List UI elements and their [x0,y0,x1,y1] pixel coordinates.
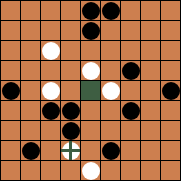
board-cell[interactable] [141,101,160,120]
board-cell[interactable] [1,21,20,40]
black-attacker-stone[interactable] [102,2,120,20]
board-cell[interactable] [81,121,100,140]
board-cell[interactable] [61,121,80,140]
board-cell[interactable] [101,161,120,180]
black-attacker-stone[interactable] [122,62,140,80]
board-cell[interactable] [161,141,180,160]
king-cross-icon [69,141,72,160]
board-cell[interactable] [81,141,100,160]
black-attacker-stone[interactable] [22,142,40,160]
board-cell[interactable] [161,21,180,40]
board-cell[interactable] [1,81,20,100]
white-defender-stone[interactable] [42,42,60,60]
tablut-board [0,0,181,181]
board-cell[interactable] [21,121,40,140]
throne-cell[interactable] [81,81,100,100]
board-cell[interactable] [101,121,120,140]
board-cell[interactable] [41,161,60,180]
board-cell[interactable] [1,1,20,20]
board-cell[interactable] [101,21,120,40]
board-cell[interactable] [161,161,180,180]
board-cell[interactable] [41,1,60,20]
board-cell[interactable] [41,21,60,40]
board-cell[interactable] [141,21,160,40]
board-cell[interactable] [121,61,140,80]
board-cell[interactable] [1,101,20,120]
board-cell[interactable] [101,81,120,100]
black-attacker-stone[interactable] [62,102,80,120]
board-cell[interactable] [61,101,80,120]
black-attacker-stone[interactable] [82,22,100,40]
board-cell[interactable] [141,61,160,80]
board-cell[interactable] [41,61,60,80]
board-cell[interactable] [61,161,80,180]
board-cell[interactable] [161,121,180,140]
board-cell[interactable] [101,41,120,60]
board-cell[interactable] [161,81,180,100]
black-attacker-stone[interactable] [62,122,80,140]
board-cell[interactable] [101,101,120,120]
board-cell[interactable] [21,41,40,60]
board-cell[interactable] [101,1,120,20]
board-cell[interactable] [161,101,180,120]
black-attacker-stone[interactable] [162,82,180,100]
board-cell[interactable] [41,121,60,140]
board-cell[interactable] [21,61,40,80]
board-cell[interactable] [141,41,160,60]
black-attacker-stone[interactable] [122,102,140,120]
board-cell[interactable] [21,81,40,100]
black-attacker-stone[interactable] [42,102,60,120]
board-cell[interactable] [121,81,140,100]
board-cell[interactable] [1,61,20,80]
black-attacker-stone[interactable] [102,142,120,160]
white-defender-stone[interactable] [102,82,120,100]
board-cell[interactable] [161,61,180,80]
board-cell[interactable] [121,41,140,60]
white-defender-stone[interactable] [82,62,100,80]
board-cell[interactable] [1,41,20,60]
black-attacker-stone[interactable] [2,82,20,100]
board-cell[interactable] [81,41,100,60]
white-defender-stone[interactable] [42,82,60,100]
board-cell[interactable] [61,141,80,160]
board-cell[interactable] [61,81,80,100]
board-cell[interactable] [121,161,140,180]
board-cell[interactable] [21,141,40,160]
board-cell[interactable] [141,1,160,20]
black-attacker-stone[interactable] [82,2,100,20]
board-cell[interactable] [41,41,60,60]
board-cell[interactable] [121,121,140,140]
board-cell[interactable] [61,61,80,80]
board-cell[interactable] [121,1,140,20]
white-defender-stone[interactable] [82,162,100,180]
board-cell[interactable] [61,21,80,40]
board-cell[interactable] [61,41,80,60]
board-cell[interactable] [101,61,120,80]
board-cell[interactable] [21,21,40,40]
board-cell[interactable] [121,101,140,120]
board-cell[interactable] [121,21,140,40]
board-cell[interactable] [41,141,60,160]
board-cell[interactable] [81,1,100,20]
board-cell[interactable] [161,41,180,60]
board-cell[interactable] [41,81,60,100]
board-cell[interactable] [141,121,160,140]
board-cell[interactable] [1,141,20,160]
board-cell[interactable] [21,1,40,20]
board-cell[interactable] [141,81,160,100]
board-cell[interactable] [61,1,80,20]
board-cell[interactable] [141,161,160,180]
board-cell[interactable] [21,101,40,120]
board-cell[interactable] [81,21,100,40]
board-cell[interactable] [21,161,40,180]
board-cell[interactable] [81,101,100,120]
board-cell[interactable] [81,61,100,80]
board-cell[interactable] [1,121,20,140]
board-cell[interactable] [81,161,100,180]
board-cell[interactable] [101,141,120,160]
board-cell[interactable] [1,161,20,180]
board-cell[interactable] [141,141,160,160]
board-cell[interactable] [121,141,140,160]
board-cell[interactable] [41,101,60,120]
board-cell[interactable] [161,1,180,20]
